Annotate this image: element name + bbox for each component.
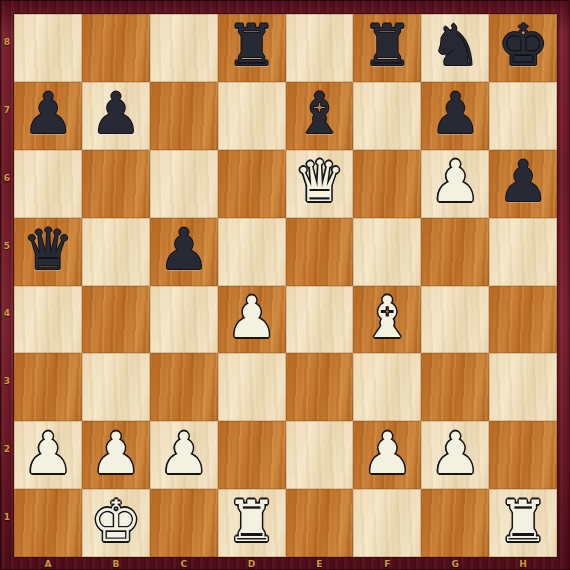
square-d1[interactable]: ♜ xyxy=(218,489,286,557)
square-d4[interactable]: ♟ xyxy=(218,286,286,354)
square-f1[interactable] xyxy=(353,489,421,557)
square-b6[interactable] xyxy=(82,150,150,218)
rank-labels: 87654321 xyxy=(0,14,14,557)
rank-label-4: 4 xyxy=(0,280,14,348)
square-a7[interactable]: ♟ xyxy=(14,82,82,150)
square-g6[interactable]: ♟ xyxy=(421,150,489,218)
board-frame: 87654321 ABCDEFGH ♜♜♞♚♟♟♝♟♛♟♟♛♟♟♝♟♟♟♟♟♚♜… xyxy=(0,0,570,570)
piece-black-pawn[interactable]: ♟ xyxy=(158,221,209,278)
piece-white-pawn[interactable]: ♟ xyxy=(22,425,73,482)
square-e5[interactable] xyxy=(286,218,354,286)
square-g1[interactable] xyxy=(421,489,489,557)
piece-black-pawn[interactable]: ♟ xyxy=(430,85,481,142)
square-a1[interactable] xyxy=(14,489,82,557)
rank-label-2: 2 xyxy=(0,415,14,483)
square-e4[interactable] xyxy=(286,286,354,354)
square-g3[interactable] xyxy=(421,353,489,421)
square-b5[interactable] xyxy=(82,218,150,286)
piece-white-pawn[interactable]: ♟ xyxy=(158,425,209,482)
piece-white-rook[interactable]: ♜ xyxy=(498,493,549,550)
square-e6[interactable]: ♛ xyxy=(286,150,354,218)
piece-white-pawn[interactable]: ♟ xyxy=(362,425,413,482)
piece-black-pawn[interactable]: ♟ xyxy=(22,85,73,142)
square-a8[interactable] xyxy=(14,14,82,82)
square-b7[interactable]: ♟ xyxy=(82,82,150,150)
square-e1[interactable] xyxy=(286,489,354,557)
square-e2[interactable] xyxy=(286,421,354,489)
square-c3[interactable] xyxy=(150,353,218,421)
square-f6[interactable] xyxy=(353,150,421,218)
file-label-h: H xyxy=(489,557,557,570)
square-c4[interactable] xyxy=(150,286,218,354)
square-d5[interactable] xyxy=(218,218,286,286)
piece-black-knight[interactable]: ♞ xyxy=(430,17,481,74)
piece-white-bishop[interactable]: ♝ xyxy=(362,289,413,346)
square-a6[interactable] xyxy=(14,150,82,218)
square-h8[interactable]: ♚ xyxy=(489,14,557,82)
piece-black-rook[interactable]: ♜ xyxy=(226,17,277,74)
file-label-b: B xyxy=(82,557,150,570)
piece-white-pawn[interactable]: ♟ xyxy=(430,153,481,210)
square-e7[interactable]: ♝ xyxy=(286,82,354,150)
square-h3[interactable] xyxy=(489,353,557,421)
file-label-d: D xyxy=(218,557,286,570)
rank-label-5: 5 xyxy=(0,212,14,280)
square-c6[interactable] xyxy=(150,150,218,218)
file-label-g: G xyxy=(421,557,489,570)
square-f2[interactable]: ♟ xyxy=(353,421,421,489)
square-h6[interactable]: ♟ xyxy=(489,150,557,218)
rank-label-8: 8 xyxy=(0,8,14,76)
square-h7[interactable] xyxy=(489,82,557,150)
square-b2[interactable]: ♟ xyxy=(82,421,150,489)
file-label-a: A xyxy=(14,557,82,570)
square-a5[interactable]: ♛ xyxy=(14,218,82,286)
square-d3[interactable] xyxy=(218,353,286,421)
rank-label-1: 1 xyxy=(0,483,14,551)
square-g7[interactable]: ♟ xyxy=(421,82,489,150)
square-f4[interactable]: ♝ xyxy=(353,286,421,354)
square-h2[interactable] xyxy=(489,421,557,489)
square-f3[interactable] xyxy=(353,353,421,421)
square-a3[interactable] xyxy=(14,353,82,421)
piece-black-pawn[interactable]: ♟ xyxy=(498,153,549,210)
square-b3[interactable] xyxy=(82,353,150,421)
square-g4[interactable] xyxy=(421,286,489,354)
square-b1[interactable]: ♚ xyxy=(82,489,150,557)
square-f5[interactable] xyxy=(353,218,421,286)
rank-label-3: 3 xyxy=(0,347,14,415)
piece-white-rook[interactable]: ♜ xyxy=(226,493,277,550)
piece-black-queen[interactable]: ♛ xyxy=(22,221,73,278)
square-c7[interactable] xyxy=(150,82,218,150)
square-a4[interactable] xyxy=(14,286,82,354)
rank-label-6: 6 xyxy=(0,144,14,212)
square-h4[interactable] xyxy=(489,286,557,354)
piece-white-pawn[interactable]: ♟ xyxy=(90,425,141,482)
file-label-e: E xyxy=(286,557,354,570)
square-d2[interactable] xyxy=(218,421,286,489)
piece-white-queen[interactable]: ♛ xyxy=(294,153,345,210)
piece-white-king[interactable]: ♚ xyxy=(90,493,141,550)
square-a2[interactable]: ♟ xyxy=(14,421,82,489)
piece-white-pawn[interactable]: ♟ xyxy=(226,289,277,346)
chess-board: ♜♜♞♚♟♟♝♟♛♟♟♛♟♟♝♟♟♟♟♟♚♜♜ xyxy=(14,14,557,557)
square-d8[interactable]: ♜ xyxy=(218,14,286,82)
file-label-c: C xyxy=(150,557,218,570)
square-d6[interactable] xyxy=(218,150,286,218)
square-h5[interactable] xyxy=(489,218,557,286)
square-e8[interactable] xyxy=(286,14,354,82)
file-labels: ABCDEFGH xyxy=(14,557,557,570)
square-g8[interactable]: ♞ xyxy=(421,14,489,82)
piece-black-pawn[interactable]: ♟ xyxy=(90,85,141,142)
square-c5[interactable]: ♟ xyxy=(150,218,218,286)
square-c1[interactable] xyxy=(150,489,218,557)
square-c2[interactable]: ♟ xyxy=(150,421,218,489)
rank-label-7: 7 xyxy=(0,76,14,144)
square-d7[interactable] xyxy=(218,82,286,150)
square-b8[interactable] xyxy=(82,14,150,82)
piece-white-pawn[interactable]: ♟ xyxy=(430,425,481,482)
square-f7[interactable] xyxy=(353,82,421,150)
square-f8[interactable]: ♜ xyxy=(353,14,421,82)
file-label-f: F xyxy=(353,557,421,570)
piece-black-bishop[interactable]: ♝ xyxy=(294,85,345,142)
square-c8[interactable] xyxy=(150,14,218,82)
square-b4[interactable] xyxy=(82,286,150,354)
square-g5[interactable] xyxy=(421,218,489,286)
piece-black-king[interactable]: ♚ xyxy=(498,17,549,74)
piece-black-rook[interactable]: ♜ xyxy=(362,17,413,74)
square-e3[interactable] xyxy=(286,353,354,421)
square-g2[interactable]: ♟ xyxy=(421,421,489,489)
square-h1[interactable]: ♜ xyxy=(489,489,557,557)
